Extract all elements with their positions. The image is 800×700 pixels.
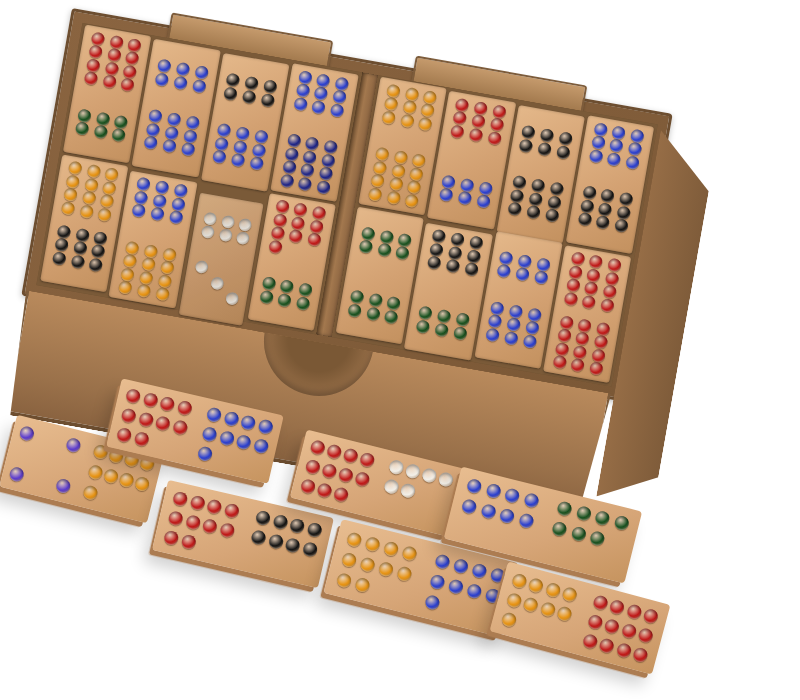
domino-half-white (189, 192, 263, 264)
pip-blue (173, 183, 188, 198)
pip-red (337, 467, 354, 484)
domino-half-green (404, 286, 481, 361)
pip-orange (120, 267, 135, 282)
pip-blue (609, 139, 624, 154)
pip-black (598, 202, 613, 217)
pip-blue (194, 65, 209, 80)
pip-orange (346, 531, 363, 548)
pip-blue (523, 492, 540, 509)
pip-purple (18, 425, 35, 442)
pip-blue (314, 86, 329, 101)
pip-red (189, 494, 206, 511)
pip-red (586, 268, 601, 283)
pip-blue (164, 125, 179, 140)
pip-green (570, 525, 587, 542)
pip-red (123, 64, 138, 79)
pip-orange (364, 536, 381, 553)
pip-blue (148, 109, 163, 124)
pip-black (244, 76, 259, 91)
pip-green (349, 289, 364, 304)
pip-blue (219, 430, 236, 447)
pip-orange (136, 283, 151, 298)
pip-blue (504, 330, 519, 345)
pip-green (455, 312, 470, 327)
pip-blue (167, 112, 182, 127)
pip-black (285, 537, 302, 554)
pip-orange (505, 592, 522, 609)
pip-orange (402, 100, 417, 115)
pip-black (272, 513, 289, 530)
domino-half-green (534, 489, 642, 583)
pip-red (321, 463, 338, 480)
pip-orange (354, 577, 371, 594)
box-compartment-right (332, 75, 658, 386)
pip-navy (298, 176, 313, 191)
product-photo-scene (0, 0, 800, 700)
pip-blue (525, 320, 540, 335)
pip-orange (134, 475, 151, 492)
pip-black (52, 251, 67, 266)
pip-black (512, 175, 527, 190)
pip-orange (396, 565, 413, 582)
pip-blue (131, 204, 146, 219)
pip-blue (490, 301, 505, 316)
pip-blue (183, 129, 198, 144)
domino-half-blue (485, 231, 562, 306)
pip-red (575, 331, 590, 346)
pip-red (594, 335, 609, 350)
pip-black (547, 195, 562, 210)
pip-red (133, 430, 150, 447)
pip-red (557, 328, 572, 343)
pip-red (554, 341, 569, 356)
pip-orange (383, 540, 400, 557)
pip-red (125, 51, 140, 66)
pip-orange (81, 191, 96, 206)
pip-blue (593, 122, 608, 137)
pip-red (589, 255, 604, 270)
pip-blue (249, 156, 264, 171)
pip-navy (284, 146, 299, 161)
pip-black (577, 212, 592, 227)
pip-red (102, 74, 117, 89)
pip-orange (407, 180, 422, 195)
pip-red (359, 452, 376, 469)
pip-green (575, 505, 592, 522)
pip-red (109, 35, 124, 50)
domino-half-green (347, 206, 424, 281)
pip-green (93, 124, 108, 139)
pip-red (180, 534, 197, 551)
pip-orange (420, 103, 435, 118)
pip-red (309, 219, 324, 234)
pip-orange (335, 572, 352, 589)
domino-half-green (63, 88, 140, 163)
pip-blue (506, 317, 521, 332)
pip-green (434, 322, 449, 337)
pip-black (91, 244, 106, 259)
pip-red (326, 444, 343, 461)
pip-orange (160, 260, 175, 275)
pip-green (384, 309, 399, 324)
pip-blue (217, 123, 232, 138)
pip-red (333, 486, 350, 503)
pip-navy (300, 163, 315, 178)
domino-half-red (259, 193, 336, 268)
domino-half-black (566, 179, 643, 254)
pip-black (70, 254, 85, 269)
pip-navy (319, 166, 334, 181)
pip-orange (86, 164, 101, 179)
pip-blue (330, 103, 345, 118)
pip-black (56, 224, 71, 239)
pip-black (614, 218, 629, 233)
pip-orange (102, 181, 117, 196)
pip-orange (98, 207, 113, 222)
pip-black (582, 185, 597, 200)
pip-red (127, 38, 142, 53)
pip-white (388, 459, 405, 476)
pip-blue (424, 594, 441, 611)
pip-orange (60, 201, 75, 216)
pip-red (563, 291, 578, 306)
pip-blue (236, 434, 253, 451)
pip-red (104, 61, 119, 76)
pip-blue (134, 190, 149, 205)
pip-white (209, 275, 223, 289)
pip-orange (143, 243, 158, 258)
pip-blue (471, 562, 488, 579)
pip-red (309, 440, 326, 457)
pip-navy (286, 133, 301, 148)
pip-blue (628, 142, 643, 157)
pip-blue (335, 76, 350, 91)
pip-white (220, 214, 234, 228)
pip-blue (509, 304, 524, 319)
pip-blue (231, 153, 246, 168)
pip-blue (162, 139, 177, 154)
pip-white (218, 227, 232, 241)
pip-red (638, 627, 655, 644)
pip-blue (441, 174, 456, 189)
pip-orange (388, 177, 403, 192)
pip-orange (341, 552, 358, 569)
pip-orange (84, 177, 99, 192)
pip-white (194, 259, 208, 273)
pip-orange (500, 611, 517, 628)
pip-white (404, 463, 421, 480)
pip-orange (409, 167, 424, 182)
pip-black (289, 518, 306, 535)
pip-blue (607, 152, 622, 167)
pip-red (596, 321, 611, 336)
domino-half-white (178, 253, 252, 325)
pip-black (445, 259, 460, 274)
pip-red (455, 98, 470, 113)
pip-blue (173, 75, 188, 90)
pip-orange (118, 472, 135, 489)
pip-blue (439, 187, 454, 202)
pip-orange (125, 240, 140, 255)
domino-half-blue (132, 102, 209, 177)
pip-red (632, 647, 649, 664)
pip-blue (311, 100, 326, 115)
pip-red (224, 502, 241, 519)
pip-black (429, 242, 444, 257)
pip-orange (370, 173, 385, 188)
pip-blue (150, 207, 165, 222)
pip-red (142, 392, 159, 409)
pip-green (259, 289, 274, 304)
pip-green (77, 108, 92, 123)
pip-orange (375, 147, 390, 162)
pip-blue (157, 59, 172, 74)
pip-black (466, 249, 481, 264)
pip-orange (556, 605, 573, 622)
pip-orange (63, 187, 78, 202)
pip-white (202, 211, 216, 225)
pip-blue (536, 257, 551, 272)
pip-navy (321, 153, 336, 168)
pip-blue (447, 578, 464, 595)
pip-orange (368, 187, 383, 202)
pip-orange (141, 257, 156, 272)
domino-half-red (152, 480, 251, 569)
pip-black (596, 215, 611, 230)
pip-red (471, 114, 486, 129)
pip-orange (401, 545, 418, 562)
pip-black (223, 86, 238, 101)
pip-purple (8, 466, 25, 483)
pip-orange (412, 153, 427, 168)
pip-blue (434, 553, 451, 570)
domino-half-black (507, 105, 584, 180)
pip-red (268, 239, 283, 254)
pip-orange (405, 193, 420, 208)
pip-blue (625, 155, 640, 170)
pip-black (93, 231, 108, 246)
pip-orange (87, 464, 104, 481)
pip-red (603, 285, 618, 300)
pip-green (358, 239, 373, 254)
pip-red (155, 415, 172, 432)
pip-red (643, 608, 660, 625)
pip-red (184, 514, 201, 531)
pip-orange (418, 117, 433, 132)
pip-red (603, 618, 620, 635)
pip-green (280, 279, 295, 294)
pip-blue (534, 270, 549, 285)
pip-black (307, 522, 324, 539)
pip-blue (295, 83, 310, 98)
pip-green (377, 243, 392, 258)
pip-white (225, 291, 239, 305)
pip-red (570, 358, 585, 373)
pip-blue (466, 478, 483, 495)
pip-red (219, 522, 236, 539)
pip-green (361, 226, 376, 241)
pip-blue (155, 180, 170, 195)
pip-red (609, 599, 626, 616)
pip-black (302, 541, 319, 558)
pip-red (120, 78, 135, 93)
pip-orange (155, 287, 170, 302)
pip-blue (235, 126, 250, 141)
domino-half-red (543, 308, 620, 383)
pip-orange (105, 167, 120, 182)
pip-blue (518, 512, 535, 529)
pip-blue (297, 70, 312, 85)
pip-black (545, 208, 560, 223)
pip-blue (223, 411, 240, 428)
domino-half-blue (474, 294, 551, 369)
pip-black (54, 237, 69, 252)
pip-orange (162, 247, 177, 262)
pip-blue (154, 72, 169, 87)
pip-green (379, 229, 394, 244)
pip-red (206, 498, 223, 515)
pip-red (598, 637, 615, 654)
pip-black (617, 205, 632, 220)
pip-white (236, 230, 250, 244)
domino-half-green (336, 269, 413, 344)
pip-black (450, 232, 465, 247)
pip-orange (386, 83, 401, 98)
pip-black (75, 227, 90, 242)
pip-green (261, 276, 276, 291)
pip-blue (476, 194, 491, 209)
pip-orange (391, 163, 406, 178)
pip-black (226, 73, 241, 88)
pip-red (552, 355, 567, 370)
pip-green (74, 121, 89, 136)
pip-white (200, 224, 214, 238)
pip-white (437, 471, 454, 488)
pip-blue (136, 177, 151, 192)
pip-blue (212, 149, 227, 164)
domino-half-orange (109, 233, 186, 308)
pip-green (386, 296, 401, 311)
pip-black (263, 79, 278, 94)
pip-green (395, 246, 410, 261)
pip-blue (499, 508, 516, 525)
pip-blue (332, 90, 347, 105)
pip-red (83, 71, 98, 86)
domino-half-green (247, 256, 324, 331)
pip-green (298, 282, 313, 297)
loose-domino-orange9-red12[interactable] (490, 561, 671, 674)
pip-red (167, 510, 184, 527)
domino-half-red (74, 25, 151, 100)
pip-red (272, 213, 287, 228)
pip-red (573, 345, 588, 360)
pip-blue (143, 135, 158, 150)
pip-green (366, 306, 381, 321)
pip-red (492, 104, 507, 119)
domino-half-orange (370, 77, 447, 152)
pip-black (549, 182, 564, 197)
domino-half-orange (51, 154, 128, 229)
pip-white (383, 478, 400, 495)
pip-green (416, 319, 431, 334)
domino-half-black (415, 222, 492, 297)
pip-red (626, 603, 643, 620)
pip-blue (214, 136, 229, 151)
pip-black (600, 189, 615, 204)
domino-half-blue (281, 63, 358, 138)
domino-half-black (212, 53, 289, 128)
pip-red (176, 400, 193, 417)
pip-red (589, 361, 604, 376)
pip-black (260, 93, 275, 108)
pip-blue (460, 177, 475, 192)
pip-red (615, 642, 632, 659)
pip-black (526, 205, 541, 220)
pip-blue (591, 135, 606, 150)
domino-half-red (571, 583, 671, 674)
pip-black (448, 246, 463, 261)
pip-blue (429, 574, 446, 591)
pip-blue (517, 254, 532, 269)
pip-red (586, 613, 603, 630)
pip-red (86, 58, 101, 73)
pip-orange (545, 581, 562, 598)
pip-black (531, 178, 546, 193)
pip-blue (515, 267, 530, 282)
pip-green (436, 309, 451, 324)
pip-green (114, 114, 129, 129)
pip-blue (197, 445, 214, 462)
pip-orange (528, 577, 545, 594)
pip-red (88, 45, 103, 60)
pip-orange (100, 194, 115, 209)
pip-red (172, 419, 189, 436)
pip-green (277, 292, 292, 307)
pip-orange (67, 161, 82, 176)
pip-red (172, 490, 189, 507)
pip-red (584, 281, 599, 296)
pip-orange (139, 270, 154, 285)
pip-blue (171, 197, 186, 212)
domino-half-blue (577, 115, 654, 190)
pip-orange (562, 586, 579, 603)
pip-blue (461, 498, 478, 515)
pip-blue (499, 251, 514, 266)
pip-blue (611, 125, 626, 140)
pip-blue (466, 583, 483, 600)
pip-red (607, 258, 622, 273)
pip-black (250, 529, 267, 546)
pip-red (107, 48, 122, 63)
domino-half-red (554, 245, 631, 320)
pip-black (521, 125, 536, 140)
pip-red (90, 31, 105, 46)
pip-blue (488, 314, 503, 329)
pip-blue (504, 488, 521, 505)
pip-orange (404, 87, 419, 102)
pip-green (296, 296, 311, 311)
pip-red (468, 127, 483, 142)
pip-blue (175, 62, 190, 77)
pip-blue (527, 307, 542, 322)
pip-orange (423, 90, 438, 105)
pip-blue (233, 139, 248, 154)
pip-blue (180, 142, 195, 157)
pip-red (582, 295, 597, 310)
box-compartment-left (36, 23, 362, 334)
domino-half-blue (427, 154, 504, 229)
pip-blue (523, 334, 538, 349)
